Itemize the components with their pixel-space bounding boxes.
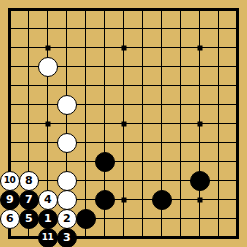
- stone-white-A4[interactable]: 10: [0, 171, 20, 191]
- intersection[interactable]: [19, 38, 38, 57]
- intersection[interactable]: [171, 0, 190, 19]
- intersection[interactable]: [152, 0, 171, 19]
- intersection[interactable]: [209, 0, 228, 19]
- move-number: 10: [4, 176, 16, 185]
- intersection[interactable]: [209, 114, 228, 133]
- stone-black-A3[interactable]: 9: [0, 190, 20, 210]
- intersection[interactable]: [95, 209, 114, 228]
- intersection[interactable]: [209, 171, 228, 190]
- star-point: [45, 121, 50, 126]
- intersection[interactable]: [133, 152, 152, 171]
- intersection[interactable]: [133, 190, 152, 209]
- intersection[interactable]: [114, 171, 133, 190]
- star-point: [121, 121, 126, 126]
- intersection[interactable]: [152, 57, 171, 76]
- star-point: [45, 45, 50, 50]
- intersection[interactable]: [76, 57, 95, 76]
- stone-white-B4[interactable]: 8: [19, 171, 39, 191]
- intersection[interactable]: [114, 228, 133, 247]
- intersection[interactable]: [19, 0, 38, 19]
- stone-white-D2[interactable]: 2: [57, 209, 77, 229]
- intersection[interactable]: [19, 114, 38, 133]
- intersection[interactable]: [133, 19, 152, 38]
- intersection[interactable]: [228, 209, 247, 228]
- stone-white-D8[interactable]: [57, 95, 77, 115]
- intersection[interactable]: [76, 228, 95, 247]
- star-point: [197, 45, 202, 50]
- intersection[interactable]: [228, 228, 247, 247]
- intersection[interactable]: [38, 0, 57, 19]
- star-point: [197, 197, 202, 202]
- stone-black-B3[interactable]: 7: [19, 190, 39, 210]
- intersection[interactable]: [114, 209, 133, 228]
- intersection[interactable]: [190, 228, 209, 247]
- intersection[interactable]: [57, 114, 76, 133]
- intersection[interactable]: [190, 57, 209, 76]
- stone-black-B2[interactable]: 5: [19, 209, 39, 229]
- stone-white-C10[interactable]: [38, 57, 58, 77]
- intersection[interactable]: [0, 152, 19, 171]
- intersection[interactable]: [95, 0, 114, 19]
- intersection[interactable]: [19, 228, 38, 247]
- intersection[interactable]: [209, 95, 228, 114]
- intersection[interactable]: [0, 19, 19, 38]
- intersection[interactable]: [95, 76, 114, 95]
- intersection[interactable]: [171, 38, 190, 57]
- intersection[interactable]: [133, 209, 152, 228]
- intersection[interactable]: [95, 95, 114, 114]
- intersection[interactable]: [76, 152, 95, 171]
- intersection[interactable]: [0, 38, 19, 57]
- intersection[interactable]: [152, 19, 171, 38]
- intersection[interactable]: [228, 190, 247, 209]
- intersection[interactable]: [228, 171, 247, 190]
- intersection[interactable]: [114, 95, 133, 114]
- intersection[interactable]: [0, 133, 19, 152]
- intersection[interactable]: [95, 171, 114, 190]
- intersection[interactable]: [228, 76, 247, 95]
- intersection[interactable]: [228, 114, 247, 133]
- intersection[interactable]: [133, 114, 152, 133]
- intersection[interactable]: [228, 95, 247, 114]
- intersection[interactable]: [38, 19, 57, 38]
- stone-black-L4[interactable]: [190, 171, 210, 191]
- intersection[interactable]: [76, 95, 95, 114]
- intersection[interactable]: [114, 0, 133, 19]
- intersection[interactable]: [133, 38, 152, 57]
- intersection[interactable]: [228, 133, 247, 152]
- intersection[interactable]: [0, 114, 19, 133]
- stone-black-E2[interactable]: [76, 209, 96, 229]
- intersection[interactable]: [190, 76, 209, 95]
- intersection[interactable]: [228, 19, 247, 38]
- move-number: 4: [44, 194, 51, 205]
- intersection[interactable]: [19, 57, 38, 76]
- intersection[interactable]: [57, 76, 76, 95]
- stone-white-D3[interactable]: [57, 190, 77, 210]
- intersection[interactable]: [171, 190, 190, 209]
- stone-black-F3[interactable]: [95, 190, 115, 210]
- stone-black-J3[interactable]: [152, 190, 172, 210]
- intersection[interactable]: [114, 19, 133, 38]
- intersection[interactable]: [152, 38, 171, 57]
- intersection[interactable]: [152, 114, 171, 133]
- intersection[interactable]: [190, 133, 209, 152]
- intersection[interactable]: [76, 38, 95, 57]
- intersection[interactable]: [209, 228, 228, 247]
- intersection[interactable]: [209, 152, 228, 171]
- intersection[interactable]: [133, 76, 152, 95]
- intersection[interactable]: [133, 228, 152, 247]
- stone-white-A2[interactable]: 6: [0, 209, 20, 229]
- intersection[interactable]: [19, 76, 38, 95]
- intersection[interactable]: [171, 228, 190, 247]
- move-number: 3: [63, 232, 70, 243]
- move-number: 9: [6, 194, 13, 205]
- intersection[interactable]: [152, 152, 171, 171]
- intersection[interactable]: [114, 152, 133, 171]
- star-point: [197, 121, 202, 126]
- intersection[interactable]: [76, 190, 95, 209]
- intersection[interactable]: [152, 95, 171, 114]
- stone-white-D4[interactable]: [57, 171, 77, 191]
- intersection[interactable]: [133, 0, 152, 19]
- intersection[interactable]: [209, 57, 228, 76]
- intersection[interactable]: [57, 152, 76, 171]
- intersection[interactable]: [76, 0, 95, 19]
- intersection[interactable]: [228, 38, 247, 57]
- intersection[interactable]: [171, 76, 190, 95]
- intersection[interactable]: [209, 190, 228, 209]
- intersection[interactable]: [190, 152, 209, 171]
- intersection[interactable]: [171, 95, 190, 114]
- intersection[interactable]: [209, 209, 228, 228]
- intersection[interactable]: [95, 57, 114, 76]
- intersection[interactable]: [209, 19, 228, 38]
- stone-black-D1[interactable]: 3: [57, 228, 77, 247]
- stone-black-F5[interactable]: [95, 152, 115, 172]
- go-board[interactable]: 1234567891011: [0, 0, 247, 247]
- intersection[interactable]: [76, 114, 95, 133]
- intersection[interactable]: [152, 133, 171, 152]
- intersection[interactable]: [57, 38, 76, 57]
- intersection[interactable]: [152, 171, 171, 190]
- intersection[interactable]: [209, 133, 228, 152]
- intersection[interactable]: [38, 171, 57, 190]
- intersection[interactable]: [0, 0, 19, 19]
- intersection[interactable]: [38, 95, 57, 114]
- move-number: 5: [25, 213, 32, 224]
- intersection[interactable]: [57, 0, 76, 19]
- intersection[interactable]: [0, 95, 19, 114]
- intersection[interactable]: [133, 171, 152, 190]
- intersection[interactable]: [209, 38, 228, 57]
- intersection[interactable]: [228, 152, 247, 171]
- move-number: 2: [63, 213, 70, 224]
- intersection[interactable]: [19, 95, 38, 114]
- intersection[interactable]: [95, 133, 114, 152]
- intersection[interactable]: [133, 57, 152, 76]
- intersection[interactable]: [38, 152, 57, 171]
- intersection[interactable]: [190, 95, 209, 114]
- intersection[interactable]: [190, 0, 209, 19]
- intersection[interactable]: [171, 19, 190, 38]
- intersection[interactable]: [190, 209, 209, 228]
- intersection[interactable]: [171, 133, 190, 152]
- star-point: [121, 197, 126, 202]
- move-number: 1: [44, 213, 51, 224]
- intersection[interactable]: [114, 76, 133, 95]
- intersection[interactable]: [171, 171, 190, 190]
- intersection[interactable]: [57, 57, 76, 76]
- intersection[interactable]: [152, 209, 171, 228]
- stone-white-D6[interactable]: [57, 133, 77, 153]
- intersection[interactable]: [152, 228, 171, 247]
- move-number: 11: [42, 233, 54, 242]
- star-point: [121, 45, 126, 50]
- intersection[interactable]: [171, 152, 190, 171]
- intersection[interactable]: [95, 228, 114, 247]
- intersection[interactable]: [133, 133, 152, 152]
- intersection[interactable]: [133, 95, 152, 114]
- move-number: 7: [25, 194, 32, 205]
- intersection[interactable]: [0, 228, 19, 247]
- move-number: 8: [25, 175, 32, 186]
- intersection[interactable]: [19, 152, 38, 171]
- intersection[interactable]: [95, 38, 114, 57]
- intersection[interactable]: [95, 19, 114, 38]
- intersection[interactable]: [76, 19, 95, 38]
- intersection[interactable]: [0, 57, 19, 76]
- intersection[interactable]: [57, 19, 76, 38]
- intersection[interactable]: [38, 133, 57, 152]
- intersection[interactable]: [0, 76, 19, 95]
- stone-white-C3[interactable]: 4: [38, 190, 58, 210]
- intersection[interactable]: [38, 76, 57, 95]
- intersection[interactable]: [76, 171, 95, 190]
- intersection[interactable]: [171, 57, 190, 76]
- stone-black-C2[interactable]: 1: [38, 209, 58, 229]
- intersection[interactable]: [95, 114, 114, 133]
- move-number: 6: [6, 213, 13, 224]
- intersection[interactable]: [114, 133, 133, 152]
- intersection[interactable]: [114, 57, 133, 76]
- intersection[interactable]: [152, 76, 171, 95]
- intersection[interactable]: [209, 76, 228, 95]
- intersection[interactable]: [76, 76, 95, 95]
- stone-black-C1[interactable]: 11: [38, 228, 58, 247]
- intersection[interactable]: [19, 133, 38, 152]
- intersection[interactable]: [171, 114, 190, 133]
- intersection[interactable]: [76, 133, 95, 152]
- intersection[interactable]: [190, 19, 209, 38]
- intersection[interactable]: [171, 209, 190, 228]
- intersection[interactable]: [228, 57, 247, 76]
- intersection[interactable]: [19, 19, 38, 38]
- intersection[interactable]: [228, 0, 247, 19]
